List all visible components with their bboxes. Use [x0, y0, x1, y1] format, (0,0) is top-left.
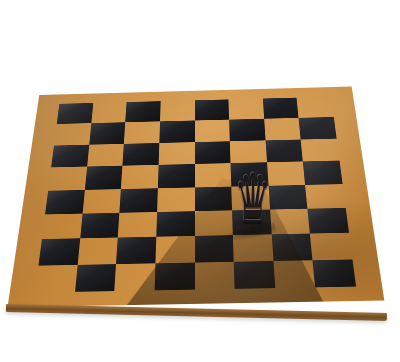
square [156, 211, 194, 237]
square [305, 184, 345, 209]
square [77, 238, 118, 265]
board-sheen [8, 87, 385, 308]
board-side-edge [6, 304, 387, 321]
square [195, 186, 233, 211]
square [48, 167, 87, 191]
square [57, 103, 93, 124]
square [267, 161, 306, 185]
square [82, 189, 121, 214]
square [80, 213, 120, 239]
board-grid [35, 97, 356, 293]
square [268, 185, 307, 210]
square [229, 119, 265, 141]
square [157, 187, 195, 212]
cast-shadow-soft [8, 87, 385, 308]
square [45, 190, 85, 215]
square [297, 97, 334, 118]
square [123, 143, 160, 166]
black-queen-piece: ♛ [234, 165, 272, 233]
square [51, 145, 89, 168]
square [114, 263, 155, 291]
square [89, 122, 125, 144]
square [195, 141, 231, 164]
square [35, 265, 77, 293]
square [154, 262, 194, 290]
square [120, 188, 158, 213]
square [229, 99, 264, 120]
square [39, 238, 80, 265]
square [124, 122, 160, 144]
square [42, 214, 82, 240]
square [159, 142, 195, 165]
square [118, 212, 157, 238]
square [303, 161, 342, 185]
square [264, 118, 301, 140]
square [234, 261, 275, 289]
cast-shadow-wedge [8, 87, 385, 308]
square [195, 120, 230, 142]
square [87, 144, 124, 167]
square [313, 259, 356, 287]
square [273, 260, 315, 288]
square [299, 117, 337, 139]
square [116, 237, 156, 264]
square [160, 100, 195, 121]
square [91, 102, 127, 123]
square [195, 163, 232, 187]
square [159, 121, 194, 143]
square [195, 99, 230, 120]
square [85, 166, 123, 190]
square [121, 165, 158, 189]
photo-stage: ♛ ♛ [0, 0, 400, 362]
square [308, 208, 349, 234]
square [310, 233, 352, 260]
square [125, 101, 160, 122]
square [155, 236, 194, 263]
square [75, 264, 117, 292]
square [263, 98, 299, 119]
chess-board-wrap [6, 94, 383, 304]
chess-board [8, 87, 385, 308]
square [195, 261, 235, 289]
square [272, 234, 313, 261]
square [158, 164, 195, 188]
square [54, 123, 91, 145]
square [301, 138, 340, 161]
